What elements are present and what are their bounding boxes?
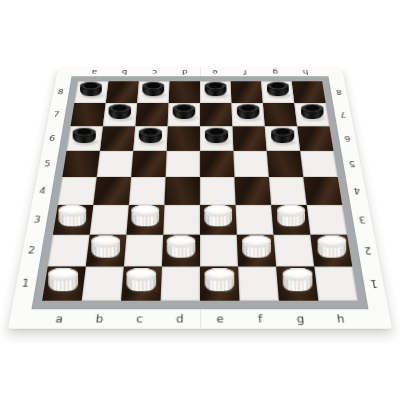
file-label-bottom-e: e xyxy=(200,310,241,327)
file-label-bottom-d: d xyxy=(159,310,200,327)
square-f5[interactable] xyxy=(233,151,268,177)
checker-top xyxy=(142,82,164,90)
checker-white-b2[interactable] xyxy=(91,235,120,258)
square-h7[interactable] xyxy=(294,103,329,126)
file-label-top-b: b xyxy=(109,68,140,76)
square-h2[interactable] xyxy=(310,235,352,267)
rank-label-right-7: 7 xyxy=(333,103,353,126)
square-g3[interactable] xyxy=(271,205,310,235)
checker-white-e3[interactable] xyxy=(204,205,232,227)
square-e8[interactable] xyxy=(200,81,231,103)
board-frame xyxy=(32,76,369,309)
square-f2[interactable] xyxy=(237,235,276,267)
file-label-bottom-b: b xyxy=(78,310,120,327)
square-a4[interactable] xyxy=(58,177,97,205)
square-a1[interactable] xyxy=(42,267,86,301)
checker-top xyxy=(73,128,96,137)
square-h8[interactable] xyxy=(292,81,326,103)
square-e7[interactable] xyxy=(200,103,232,126)
square-e3[interactable] xyxy=(200,205,237,235)
perspective-scene: abcdefgh 87654321 87654321 abcdefgh xyxy=(0,68,400,358)
checker-white-g3[interactable] xyxy=(277,205,305,227)
square-b2[interactable] xyxy=(86,235,127,267)
board-mat: abcdefgh 87654321 87654321 abcdefgh xyxy=(8,68,392,329)
square-b5[interactable] xyxy=(97,151,134,177)
checker-white-c3[interactable] xyxy=(131,205,159,227)
square-e1[interactable] xyxy=(200,267,239,301)
checker-top xyxy=(301,104,323,113)
square-f7[interactable] xyxy=(231,103,264,126)
square-b4[interactable] xyxy=(93,177,131,205)
file-label-top-e: e xyxy=(200,68,230,76)
file-label-bottom-f: f xyxy=(240,310,281,327)
square-b7[interactable] xyxy=(103,103,137,126)
board-grid xyxy=(42,81,358,301)
square-f1[interactable] xyxy=(238,267,279,301)
file-label-top-h: h xyxy=(290,68,321,76)
square-e6[interactable] xyxy=(200,126,233,151)
square-c6[interactable] xyxy=(133,126,167,151)
square-a7[interactable] xyxy=(71,103,106,126)
square-a2[interactable] xyxy=(48,235,90,267)
checker-white-e1[interactable] xyxy=(205,268,235,291)
square-h5[interactable] xyxy=(300,151,338,177)
file-label-bottom-c: c xyxy=(119,310,160,327)
square-e4[interactable] xyxy=(200,177,236,205)
square-f3[interactable] xyxy=(236,205,274,235)
square-a6[interactable] xyxy=(67,126,103,151)
checker-black-h7[interactable] xyxy=(301,104,323,119)
checker-black-a8[interactable] xyxy=(80,82,102,97)
square-b1[interactable] xyxy=(82,267,124,301)
square-d5[interactable] xyxy=(166,151,200,177)
file-label-bottom-g: g xyxy=(280,310,322,327)
square-h1[interactable] xyxy=(314,267,358,301)
square-f6[interactable] xyxy=(232,126,266,151)
square-c5[interactable] xyxy=(131,151,166,177)
checker-black-d7[interactable] xyxy=(173,104,195,119)
square-h3[interactable] xyxy=(307,205,347,235)
rank-label-left-7: 7 xyxy=(47,103,66,126)
file-labels-top: abcdefgh xyxy=(79,68,321,76)
file-label-top-g: g xyxy=(260,68,291,76)
file-label-top-c: c xyxy=(139,68,170,76)
square-g6[interactable] xyxy=(265,126,300,151)
square-f8[interactable] xyxy=(231,81,263,103)
square-d2[interactable] xyxy=(162,235,200,267)
file-label-bottom-a: a xyxy=(38,310,81,327)
checker-black-e6[interactable] xyxy=(205,128,228,143)
checker-black-g8[interactable] xyxy=(267,82,289,97)
square-b6[interactable] xyxy=(100,126,135,151)
checker-white-f2[interactable] xyxy=(242,235,271,258)
square-d1[interactable] xyxy=(161,267,200,301)
square-c1[interactable] xyxy=(121,267,162,301)
square-d6[interactable] xyxy=(167,126,200,151)
checker-white-c1[interactable] xyxy=(126,268,156,291)
checker-top xyxy=(139,128,162,137)
square-a8[interactable] xyxy=(74,81,108,103)
checker-top xyxy=(173,104,195,113)
square-g5[interactable] xyxy=(267,151,304,177)
checker-white-h2[interactable] xyxy=(318,235,347,258)
checker-black-b7[interactable] xyxy=(109,104,131,119)
square-c3[interactable] xyxy=(126,205,164,235)
square-e2[interactable] xyxy=(200,235,238,267)
file-label-top-d: d xyxy=(170,68,200,76)
checker-white-a3[interactable] xyxy=(58,205,86,227)
square-g8[interactable] xyxy=(261,81,294,103)
square-b3[interactable] xyxy=(90,205,129,235)
checker-white-d2[interactable] xyxy=(167,235,196,258)
square-d4[interactable] xyxy=(164,177,200,205)
checker-white-g1[interactable] xyxy=(283,268,313,291)
checker-top xyxy=(237,104,259,113)
square-e5[interactable] xyxy=(200,151,234,177)
square-d8[interactable] xyxy=(169,81,200,103)
square-c8[interactable] xyxy=(137,81,169,103)
square-g7[interactable] xyxy=(263,103,297,126)
square-f4[interactable] xyxy=(234,177,271,205)
square-a3[interactable] xyxy=(53,205,93,235)
checker-black-g6[interactable] xyxy=(271,128,294,143)
checker-black-e8[interactable] xyxy=(205,82,227,97)
square-c2[interactable] xyxy=(124,235,163,267)
checker-black-f7[interactable] xyxy=(237,104,259,119)
square-a5[interactable] xyxy=(62,151,100,177)
file-label-top-f: f xyxy=(230,68,261,76)
square-d7[interactable] xyxy=(168,103,200,126)
square-h6[interactable] xyxy=(297,126,333,151)
square-b8[interactable] xyxy=(106,81,139,103)
checker-black-c8[interactable] xyxy=(142,82,164,97)
file-label-top-a: a xyxy=(79,68,110,76)
checker-black-a6[interactable] xyxy=(73,128,96,143)
square-g4[interactable] xyxy=(269,177,307,205)
square-d3[interactable] xyxy=(163,205,200,235)
square-g2[interactable] xyxy=(274,235,315,267)
square-c7[interactable] xyxy=(135,103,168,126)
square-h4[interactable] xyxy=(303,177,342,205)
photo-background: abcdefgh 87654321 87654321 abcdefgh xyxy=(0,0,400,400)
checker-white-a1[interactable] xyxy=(48,268,78,291)
square-c4[interactable] xyxy=(129,177,166,205)
rank-label-right-8: 8 xyxy=(329,81,348,103)
file-label-bottom-h: h xyxy=(320,310,363,327)
square-g1[interactable] xyxy=(276,267,318,301)
checker-black-c6[interactable] xyxy=(139,128,162,143)
